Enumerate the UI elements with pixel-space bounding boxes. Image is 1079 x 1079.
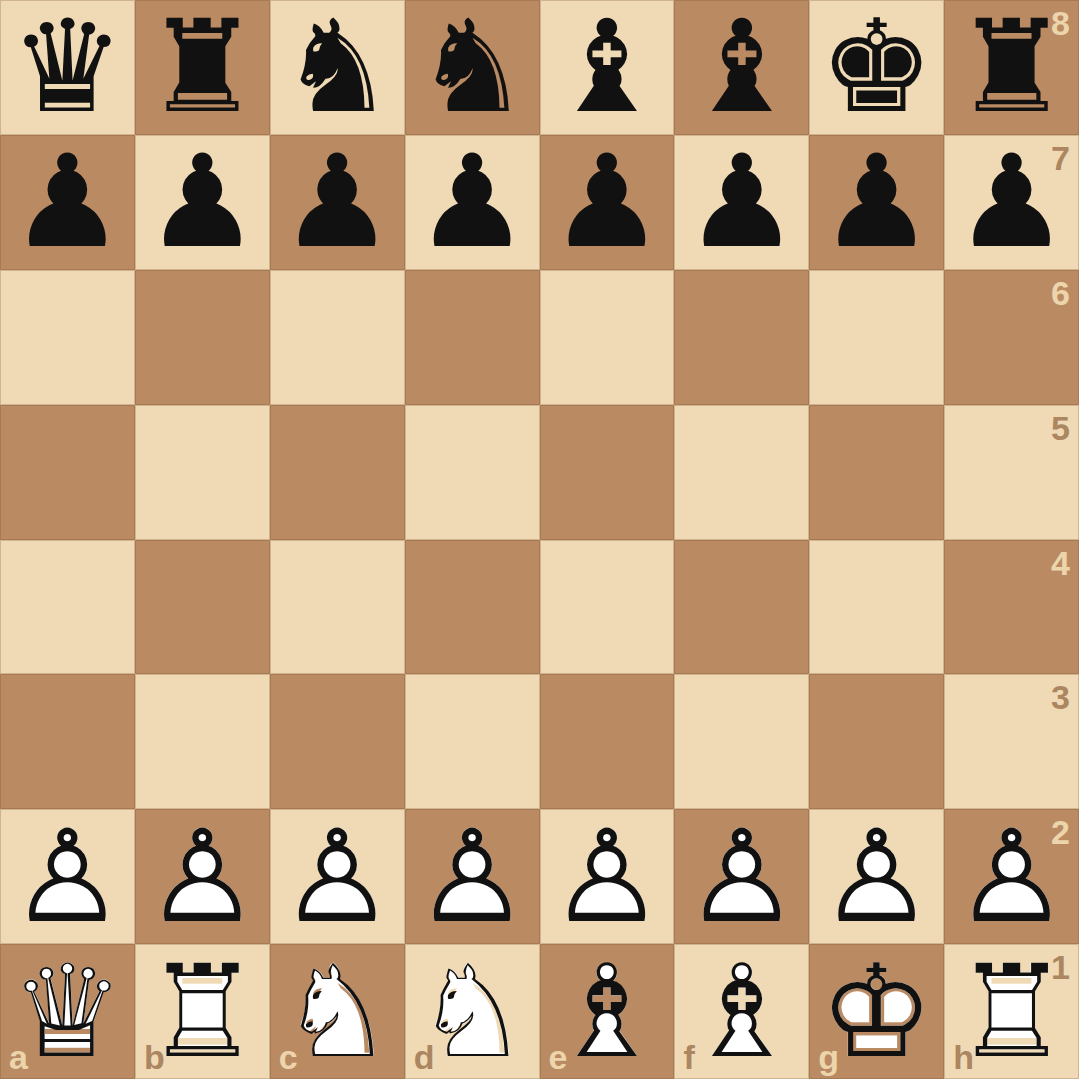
- square-f1[interactable]: ♝♗f: [674, 944, 809, 1079]
- white-pawn[interactable]: ♟♙: [270, 809, 405, 944]
- square-g2[interactable]: ♟♙: [809, 809, 944, 944]
- square-f4[interactable]: [674, 540, 809, 675]
- square-c7[interactable]: ♟: [270, 135, 405, 270]
- square-a4[interactable]: [0, 540, 135, 675]
- square-f7[interactable]: ♟: [674, 135, 809, 270]
- white-pawn[interactable]: ♟♙: [674, 809, 809, 944]
- white-rook-outline: ♖: [135, 944, 270, 1079]
- square-f2[interactable]: ♟♙: [674, 809, 809, 944]
- white-pawn-outline: ♙: [540, 809, 675, 944]
- square-g5[interactable]: [809, 405, 944, 540]
- black-bishop[interactable]: ♝: [674, 0, 809, 135]
- white-pawn-outline: ♙: [0, 809, 135, 944]
- square-c2[interactable]: ♟♙: [270, 809, 405, 944]
- white-pawn-outline: ♙: [135, 809, 270, 944]
- square-c6[interactable]: [270, 270, 405, 405]
- square-h8[interactable]: ♜8: [944, 0, 1079, 135]
- square-e8[interactable]: ♝: [540, 0, 675, 135]
- square-e5[interactable]: [540, 405, 675, 540]
- black-pawn[interactable]: ♟: [270, 135, 405, 270]
- square-e3[interactable]: [540, 674, 675, 809]
- black-rook[interactable]: ♜: [135, 0, 270, 135]
- square-a2[interactable]: ♟♙: [0, 809, 135, 944]
- white-pawn[interactable]: ♟♙: [809, 809, 944, 944]
- rank-label-6: 6: [1051, 276, 1070, 310]
- black-pawn[interactable]: ♟: [135, 135, 270, 270]
- black-bishop-glyph: ♝: [684, 3, 799, 131]
- white-pawn-outline: ♙: [674, 809, 809, 944]
- square-h6[interactable]: 6: [944, 270, 1079, 405]
- black-pawn[interactable]: ♟: [540, 135, 675, 270]
- square-h2[interactable]: ♟♙2: [944, 809, 1079, 944]
- black-king-glyph: ♚: [819, 3, 934, 131]
- square-a5[interactable]: [0, 405, 135, 540]
- black-pawn[interactable]: ♟: [405, 135, 540, 270]
- square-h7[interactable]: ♟7: [944, 135, 1079, 270]
- square-d6[interactable]: [405, 270, 540, 405]
- white-bishop-outline: ♗: [674, 944, 809, 1079]
- black-queen[interactable]: ♛: [0, 0, 135, 135]
- square-a1[interactable]: ♛♕a: [0, 944, 135, 1079]
- black-knight-glyph: ♞: [415, 3, 530, 131]
- square-b4[interactable]: [135, 540, 270, 675]
- black-rook-glyph: ♜: [145, 3, 260, 131]
- white-knight[interactable]: ♞♘: [270, 944, 405, 1079]
- white-queen[interactable]: ♛♕: [0, 944, 135, 1079]
- square-b8[interactable]: ♜: [135, 0, 270, 135]
- chess-board: ♛♜♞♞♝♝♚♜8♟♟♟♟♟♟♟♟76543♟♙♟♙♟♙♟♙♟♙♟♙♟♙♟♙2♛…: [0, 0, 1079, 1079]
- square-g6[interactable]: [809, 270, 944, 405]
- square-c1[interactable]: ♞♘c: [270, 944, 405, 1079]
- black-pawn-glyph: ♟: [145, 138, 260, 266]
- square-e1[interactable]: ♝♗e: [540, 944, 675, 1079]
- square-b2[interactable]: ♟♙: [135, 809, 270, 944]
- square-g4[interactable]: [809, 540, 944, 675]
- square-c3[interactable]: [270, 674, 405, 809]
- square-b3[interactable]: [135, 674, 270, 809]
- square-c4[interactable]: [270, 540, 405, 675]
- square-e6[interactable]: [540, 270, 675, 405]
- black-rook[interactable]: ♜: [944, 0, 1079, 135]
- white-pawn[interactable]: ♟♙: [405, 809, 540, 944]
- square-g1[interactable]: ♚♔g: [809, 944, 944, 1079]
- black-queen-glyph: ♛: [10, 3, 125, 131]
- white-queen-outline: ♕: [0, 944, 135, 1079]
- rank-label-5: 5: [1051, 411, 1070, 445]
- square-c5[interactable]: [270, 405, 405, 540]
- white-pawn-outline: ♙: [405, 809, 540, 944]
- rank-label-3: 3: [1051, 680, 1070, 714]
- square-d7[interactable]: ♟: [405, 135, 540, 270]
- square-a6[interactable]: [0, 270, 135, 405]
- white-pawn-outline: ♙: [270, 809, 405, 944]
- square-a7[interactable]: ♟: [0, 135, 135, 270]
- white-knight[interactable]: ♞♘: [405, 944, 540, 1079]
- square-e2[interactable]: ♟♙: [540, 809, 675, 944]
- black-rook-glyph: ♜: [954, 3, 1069, 131]
- square-h4[interactable]: 4: [944, 540, 1079, 675]
- black-pawn-glyph: ♟: [10, 138, 125, 266]
- black-pawn-glyph: ♟: [684, 138, 799, 266]
- black-pawn-glyph: ♟: [415, 138, 530, 266]
- black-pawn-glyph: ♟: [280, 138, 395, 266]
- white-rook[interactable]: ♜♖: [135, 944, 270, 1079]
- square-h1[interactable]: ♜♖1h: [944, 944, 1079, 1079]
- square-d1[interactable]: ♞♘d: [405, 944, 540, 1079]
- square-b1[interactable]: ♜♖b: [135, 944, 270, 1079]
- white-rook-outline: ♖: [944, 944, 1079, 1079]
- black-pawn-glyph: ♟: [954, 138, 1069, 266]
- white-bishop-outline: ♗: [540, 944, 675, 1079]
- white-pawn[interactable]: ♟♙: [0, 809, 135, 944]
- black-king[interactable]: ♚: [809, 0, 944, 135]
- square-d8[interactable]: ♞: [405, 0, 540, 135]
- black-bishop[interactable]: ♝: [540, 0, 675, 135]
- square-f8[interactable]: ♝: [674, 0, 809, 135]
- white-bishop[interactable]: ♝♗: [540, 944, 675, 1079]
- black-pawn[interactable]: ♟: [0, 135, 135, 270]
- square-g7[interactable]: ♟: [809, 135, 944, 270]
- white-pawn-outline: ♙: [944, 809, 1079, 944]
- black-pawn-glyph: ♟: [819, 138, 934, 266]
- square-b6[interactable]: [135, 270, 270, 405]
- square-c8[interactable]: ♞: [270, 0, 405, 135]
- square-g8[interactable]: ♚: [809, 0, 944, 135]
- white-pawn[interactable]: ♟♙: [540, 809, 675, 944]
- white-rook[interactable]: ♜♖: [944, 944, 1079, 1079]
- square-e7[interactable]: ♟: [540, 135, 675, 270]
- white-knight-outline: ♘: [405, 944, 540, 1079]
- square-d4[interactable]: [405, 540, 540, 675]
- black-knight[interactable]: ♞: [405, 0, 540, 135]
- white-pawn-outline: ♙: [809, 809, 944, 944]
- square-g3[interactable]: [809, 674, 944, 809]
- white-pawn[interactable]: ♟♙: [944, 809, 1079, 944]
- black-pawn[interactable]: ♟: [809, 135, 944, 270]
- square-d2[interactable]: ♟♙: [405, 809, 540, 944]
- black-pawn[interactable]: ♟: [944, 135, 1079, 270]
- square-h3[interactable]: 3: [944, 674, 1079, 809]
- black-pawn[interactable]: ♟: [674, 135, 809, 270]
- white-king[interactable]: ♚♔: [809, 944, 944, 1079]
- square-f3[interactable]: [674, 674, 809, 809]
- square-f6[interactable]: [674, 270, 809, 405]
- white-king-outline: ♔: [809, 944, 944, 1079]
- square-b5[interactable]: [135, 405, 270, 540]
- square-a8[interactable]: ♛: [0, 0, 135, 135]
- square-e4[interactable]: [540, 540, 675, 675]
- black-pawn-glyph: ♟: [550, 138, 665, 266]
- square-b7[interactable]: ♟: [135, 135, 270, 270]
- white-pawn[interactable]: ♟♙: [135, 809, 270, 944]
- square-d5[interactable]: [405, 405, 540, 540]
- rank-label-4: 4: [1051, 546, 1070, 580]
- black-knight-glyph: ♞: [280, 3, 395, 131]
- white-bishop[interactable]: ♝♗: [674, 944, 809, 1079]
- square-d3[interactable]: [405, 674, 540, 809]
- black-bishop-glyph: ♝: [550, 3, 665, 131]
- black-knight[interactable]: ♞: [270, 0, 405, 135]
- white-knight-outline: ♘: [270, 944, 405, 1079]
- square-f5[interactable]: [674, 405, 809, 540]
- square-h5[interactable]: 5: [944, 405, 1079, 540]
- square-a3[interactable]: [0, 674, 135, 809]
